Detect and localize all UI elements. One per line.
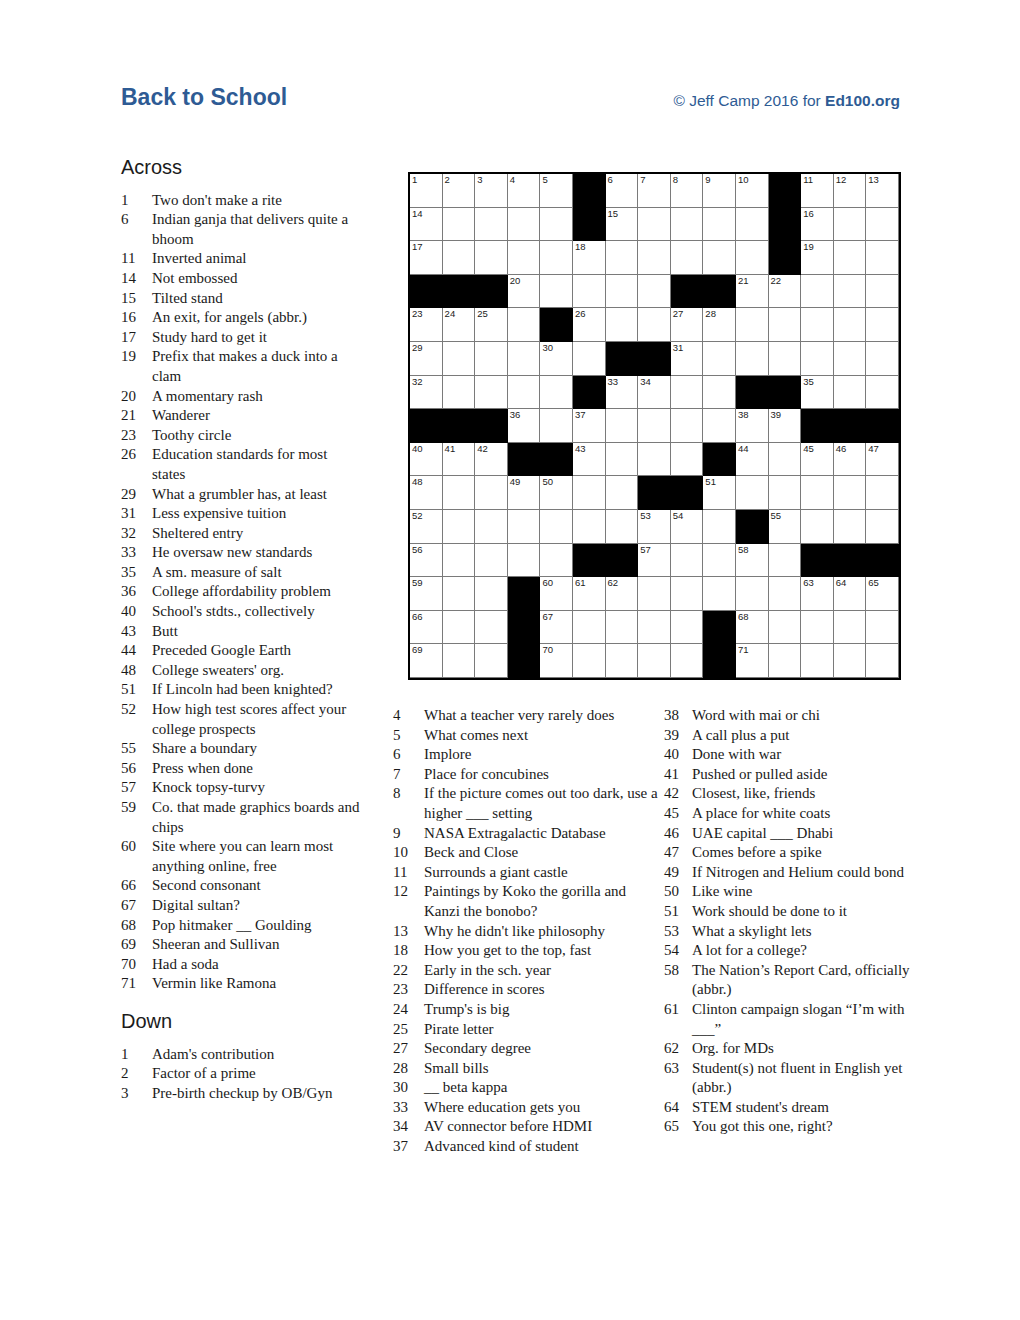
clue-item: 39A call plus a put <box>664 726 916 746</box>
grid-cell[interactable] <box>769 443 802 477</box>
grid-cell[interactable] <box>606 644 639 678</box>
grid-cell[interactable] <box>866 611 899 645</box>
grid-cell[interactable] <box>671 208 704 242</box>
grid-cell[interactable] <box>736 208 769 242</box>
clue-text: Factor of a prime <box>152 1064 361 1084</box>
grid-cell[interactable] <box>508 544 541 578</box>
clue-text: You got this one, right? <box>692 1117 916 1137</box>
clue-item: 6Indian ganja that delivers quite a bhoo… <box>121 210 361 249</box>
grid-cell[interactable]: 69 <box>410 644 443 678</box>
clue-text: Secondary degree <box>424 1039 665 1059</box>
grid-cell[interactable] <box>606 308 639 342</box>
grid-cell[interactable]: 35 <box>801 376 834 410</box>
cell-number: 1 <box>412 175 417 185</box>
grid-cell[interactable] <box>475 577 508 611</box>
grid-cell[interactable]: 4 <box>508 174 541 208</box>
clue-item: 33Where education gets you <box>393 1098 665 1118</box>
grid-cell[interactable]: 63 <box>801 577 834 611</box>
grid-cell[interactable]: 61 <box>573 577 606 611</box>
clue-number: 33 <box>393 1098 424 1118</box>
grid-cell[interactable]: 1 <box>410 174 443 208</box>
grid-cell[interactable] <box>475 644 508 678</box>
grid-cell[interactable]: 58 <box>736 544 769 578</box>
clue-item: 68Pop hitmaker __ Goulding <box>121 916 361 936</box>
grid-cell[interactable] <box>475 544 508 578</box>
grid-cell[interactable] <box>703 342 736 376</box>
cell-number: 70 <box>542 645 553 655</box>
grid-cell[interactable]: 16 <box>801 208 834 242</box>
grid-cell[interactable]: 3 <box>475 174 508 208</box>
grid-cell[interactable]: 28 <box>703 308 736 342</box>
grid-cell[interactable] <box>834 275 867 309</box>
grid-cell[interactable] <box>638 611 671 645</box>
grid-cell[interactable]: 12 <box>834 174 867 208</box>
grid-cell[interactable] <box>606 443 639 477</box>
cell-number: 47 <box>868 444 879 454</box>
grid-cell[interactable]: 51 <box>703 476 736 510</box>
grid-cell[interactable]: 8 <box>671 174 704 208</box>
clue-item: 64STEM student's dream <box>664 1098 916 1118</box>
grid-cell[interactable] <box>769 476 802 510</box>
grid-cell[interactable]: 43 <box>573 443 606 477</box>
grid-cell[interactable]: 37 <box>573 409 606 443</box>
grid-cell[interactable] <box>769 308 802 342</box>
grid-cell[interactable]: 54 <box>671 510 704 544</box>
grid-cell[interactable] <box>671 376 704 410</box>
cell-number: 63 <box>803 578 814 588</box>
clue-text: Prefix that makes a duck into a clam <box>152 347 361 386</box>
clue-text: Butt <box>152 622 361 642</box>
grid-cell[interactable] <box>736 342 769 376</box>
clue-text: Toothy circle <box>152 426 361 446</box>
grid-cell[interactable] <box>801 308 834 342</box>
clue-item: 3Pre-birth checkup by OB/Gyn <box>121 1084 361 1104</box>
grid-cell[interactable] <box>769 342 802 376</box>
grid-cell[interactable] <box>638 308 671 342</box>
grid-cell[interactable] <box>671 577 704 611</box>
clue-item: 17Study hard to get it <box>121 328 361 348</box>
grid-cell[interactable] <box>834 241 867 275</box>
grid-cell[interactable]: 7 <box>638 174 671 208</box>
grid-cell[interactable] <box>671 611 704 645</box>
grid-cell[interactable]: 30 <box>540 342 573 376</box>
grid-cell[interactable] <box>834 644 867 678</box>
clue-number: 7 <box>393 765 424 785</box>
clue-item: 51If Lincoln had been knighted? <box>121 680 361 700</box>
grid-cell[interactable] <box>736 577 769 611</box>
clue-number: 56 <box>121 759 152 779</box>
clue-number: 33 <box>121 543 152 563</box>
clue-item: 28Small bills <box>393 1059 665 1079</box>
grid-cell[interactable] <box>769 644 802 678</box>
grid-cell[interactable] <box>540 544 573 578</box>
clue-number: 66 <box>121 876 152 896</box>
grid-cell-black <box>866 409 899 443</box>
grid-cell[interactable] <box>834 476 867 510</box>
grid-cell[interactable]: 57 <box>638 544 671 578</box>
grid-cell[interactable] <box>834 208 867 242</box>
grid-cell[interactable] <box>443 510 476 544</box>
clue-item: 62Org. for MDs <box>664 1039 916 1059</box>
clue-text: An exit, for angels (abbr.) <box>152 308 361 328</box>
grid-cell[interactable]: 13 <box>866 174 899 208</box>
grid-cell[interactable]: 62 <box>606 577 639 611</box>
grid-cell[interactable]: 67 <box>540 611 573 645</box>
grid-cell[interactable] <box>801 644 834 678</box>
grid-cell[interactable]: 31 <box>671 342 704 376</box>
clue-item: 33He oversaw new standards <box>121 543 361 563</box>
cell-number: 60 <box>542 578 553 588</box>
clue-item: 12Paintings by Koko the gorilla and Kanz… <box>393 882 665 921</box>
clue-number: 6 <box>393 745 424 765</box>
grid-cell[interactable]: 38 <box>736 409 769 443</box>
cell-number: 29 <box>412 343 423 353</box>
grid-cell[interactable] <box>769 611 802 645</box>
clue-text: Knock topsy-turvy <box>152 778 361 798</box>
grid-cell[interactable] <box>540 275 573 309</box>
grid-cell[interactable] <box>573 644 606 678</box>
grid-cell[interactable] <box>573 342 606 376</box>
grid-cell[interactable]: 70 <box>540 644 573 678</box>
cell-number: 35 <box>803 377 814 387</box>
clue-text: Implore <box>424 745 665 765</box>
grid-cell[interactable] <box>769 544 802 578</box>
grid-cell[interactable] <box>443 342 476 376</box>
grid-cell[interactable] <box>866 308 899 342</box>
cell-number: 14 <box>412 209 423 219</box>
grid-cell[interactable] <box>866 342 899 376</box>
grid-cell[interactable] <box>866 476 899 510</box>
grid-cell[interactable] <box>475 342 508 376</box>
clue-text: Less expensive tuition <box>152 504 361 524</box>
grid-cell[interactable] <box>573 611 606 645</box>
grid-cell[interactable]: 50 <box>540 476 573 510</box>
clue-number: 42 <box>664 784 692 804</box>
grid-cell[interactable] <box>703 241 736 275</box>
clue-text: Where education gets you <box>424 1098 665 1118</box>
clue-item: 41Pushed or pulled aside <box>664 765 916 785</box>
grid-cell[interactable] <box>638 241 671 275</box>
clue-item: 55Share a boundary <box>121 739 361 759</box>
grid-cell[interactable]: 2 <box>443 174 476 208</box>
grid-cell[interactable] <box>801 342 834 376</box>
crossword-grid: 1234567891011121314151617181920212223242… <box>408 172 901 680</box>
grid-cell[interactable] <box>540 376 573 410</box>
grid-cell-black <box>769 241 802 275</box>
grid-cell[interactable] <box>475 376 508 410</box>
grid-cell[interactable] <box>573 510 606 544</box>
grid-cell[interactable] <box>443 376 476 410</box>
grid-cell-black <box>671 275 704 309</box>
clue-number: 51 <box>121 680 152 700</box>
cell-number: 30 <box>542 343 553 353</box>
clue-item: 9NASA Extragalactic Database <box>393 824 665 844</box>
cell-number: 8 <box>673 175 678 185</box>
cell-number: 36 <box>510 410 521 420</box>
grid-cell[interactable] <box>671 443 704 477</box>
clue-item: 20A momentary rash <box>121 387 361 407</box>
clue-text: Education standards for most states <box>152 445 361 484</box>
grid-cell[interactable]: 42 <box>475 443 508 477</box>
grid-cell[interactable] <box>475 611 508 645</box>
grid-cell[interactable]: 21 <box>736 275 769 309</box>
grid-cell[interactable] <box>671 409 704 443</box>
clue-text: Small bills <box>424 1059 665 1079</box>
clue-number: 11 <box>121 249 152 269</box>
grid-cell[interactable] <box>443 476 476 510</box>
grid-cell[interactable] <box>638 443 671 477</box>
clue-number: 17 <box>121 328 152 348</box>
grid-cell[interactable] <box>834 510 867 544</box>
grid-cell[interactable] <box>736 241 769 275</box>
grid-cell[interactable] <box>736 476 769 510</box>
grid-cell[interactable] <box>443 577 476 611</box>
clue-item: 61Clinton campaign slogan “I’m with ___” <box>664 1000 916 1039</box>
clue-number: 49 <box>664 863 692 883</box>
clue-text: What a teacher very rarely does <box>424 706 665 726</box>
grid-cell[interactable] <box>866 241 899 275</box>
clue-text: Pushed or pulled aside <box>692 765 916 785</box>
grid-cell[interactable]: 20 <box>508 275 541 309</box>
grid-cell[interactable] <box>606 510 639 544</box>
clue-number: 37 <box>393 1137 424 1157</box>
clue-number: 43 <box>121 622 152 642</box>
grid-cell[interactable]: 56 <box>410 544 443 578</box>
cell-number: 7 <box>640 175 645 185</box>
grid-cell[interactable]: 29 <box>410 342 443 376</box>
grid-cell[interactable]: 55 <box>769 510 802 544</box>
grid-cell[interactable] <box>606 409 639 443</box>
grid-cell[interactable] <box>638 644 671 678</box>
grid-cell-black <box>671 476 704 510</box>
clue-text: What a grumbler has, at least <box>152 485 361 505</box>
cell-number: 32 <box>412 377 423 387</box>
grid-cell[interactable] <box>475 208 508 242</box>
grid-cell[interactable]: 46 <box>834 443 867 477</box>
clue-number: 71 <box>121 974 152 994</box>
clue-number: 48 <box>121 661 152 681</box>
grid-cell[interactable] <box>540 241 573 275</box>
grid-cell[interactable]: 68 <box>736 611 769 645</box>
grid-cell[interactable] <box>801 510 834 544</box>
grid-cell[interactable] <box>671 544 704 578</box>
grid-cell[interactable] <box>540 409 573 443</box>
grid-cell[interactable]: 65 <box>866 577 899 611</box>
cell-number: 44 <box>738 444 749 454</box>
grid-cell[interactable]: 41 <box>443 443 476 477</box>
grid-cell[interactable]: 53 <box>638 510 671 544</box>
cell-number: 26 <box>575 309 586 319</box>
grid-cell[interactable]: 60 <box>540 577 573 611</box>
clue-number: 54 <box>664 941 692 961</box>
grid-cell[interactable] <box>834 611 867 645</box>
grid-cell[interactable]: 34 <box>638 376 671 410</box>
cell-number: 64 <box>836 578 847 588</box>
grid-cell-black <box>508 644 541 678</box>
grid-cell[interactable] <box>703 544 736 578</box>
clue-number: 15 <box>121 289 152 309</box>
grid-cell[interactable] <box>834 308 867 342</box>
grid-cell[interactable] <box>443 208 476 242</box>
grid-cell[interactable] <box>801 275 834 309</box>
cell-number: 20 <box>510 276 521 286</box>
grid-cell[interactable] <box>508 510 541 544</box>
clue-text: Word with mai or chi <box>692 706 916 726</box>
grid-cell[interactable] <box>638 409 671 443</box>
grid-cell[interactable] <box>671 644 704 678</box>
grid-cell[interactable]: 36 <box>508 409 541 443</box>
grid-cell[interactable] <box>638 208 671 242</box>
grid-cell[interactable]: 49 <box>508 476 541 510</box>
grid-cell[interactable]: 32 <box>410 376 443 410</box>
grid-cell[interactable] <box>801 476 834 510</box>
grid-cell[interactable] <box>834 342 867 376</box>
clue-number: 23 <box>121 426 152 446</box>
clue-text: Sheeran and Sullivan <box>152 935 361 955</box>
grid-cell[interactable]: 25 <box>475 308 508 342</box>
grid-cell[interactable] <box>443 544 476 578</box>
grid-cell[interactable]: 23 <box>410 308 443 342</box>
grid-cell[interactable]: 14 <box>410 208 443 242</box>
grid-cell[interactable] <box>866 208 899 242</box>
clue-text: STEM student's dream <box>692 1098 916 1118</box>
grid-cell[interactable] <box>866 275 899 309</box>
clue-item: 52How high test scores affect your colle… <box>121 700 361 739</box>
grid-cell[interactable] <box>866 376 899 410</box>
clue-number: 22 <box>393 961 424 981</box>
clue-item: 34AV connector before HDMI <box>393 1117 665 1137</box>
grid-cell[interactable] <box>540 208 573 242</box>
grid-cell[interactable] <box>834 376 867 410</box>
clue-number: 9 <box>393 824 424 844</box>
grid-cell[interactable]: 15 <box>606 208 639 242</box>
clue-number: 5 <box>393 726 424 746</box>
grid-cell[interactable]: 39 <box>769 409 802 443</box>
clue-number: 47 <box>664 843 692 863</box>
grid-cell[interactable] <box>866 510 899 544</box>
grid-cell[interactable] <box>475 476 508 510</box>
grid-cell[interactable] <box>638 275 671 309</box>
clue-text: Surrounds a giant castle <box>424 863 665 883</box>
grid-cell[interactable] <box>443 611 476 645</box>
grid-cell[interactable] <box>508 342 541 376</box>
grid-cell[interactable]: 24 <box>443 308 476 342</box>
clue-item: 25Pirate letter <box>393 1020 665 1040</box>
clue-text: If Lincoln had been knighted? <box>152 680 361 700</box>
clue-number: 69 <box>121 935 152 955</box>
clue-number: 16 <box>121 308 152 328</box>
grid-cell[interactable] <box>540 510 573 544</box>
grid-cell[interactable] <box>638 577 671 611</box>
grid-cell[interactable] <box>475 241 508 275</box>
grid-cell[interactable]: 47 <box>866 443 899 477</box>
clue-number: 53 <box>664 922 692 942</box>
grid-cell-black <box>443 409 476 443</box>
grid-cell-black <box>475 275 508 309</box>
clue-number: 8 <box>393 784 424 823</box>
clue-number: 40 <box>121 602 152 622</box>
grid-cell[interactable]: 45 <box>801 443 834 477</box>
grid-cell[interactable] <box>606 275 639 309</box>
grid-cell[interactable]: 59 <box>410 577 443 611</box>
clue-text: Site where you can learn most anything o… <box>152 837 361 876</box>
grid-cell[interactable] <box>736 308 769 342</box>
clue-text: Adam's contribution <box>152 1045 361 1065</box>
grid-cell[interactable]: 40 <box>410 443 443 477</box>
grid-cell[interactable]: 18 <box>573 241 606 275</box>
grid-cell[interactable] <box>703 208 736 242</box>
grid-cell[interactable] <box>443 241 476 275</box>
grid-cell[interactable] <box>769 577 802 611</box>
grid-cell[interactable] <box>573 476 606 510</box>
grid-cell[interactable]: 19 <box>801 241 834 275</box>
grid-cell[interactable] <box>606 241 639 275</box>
grid-cell[interactable]: 71 <box>736 644 769 678</box>
cell-number: 13 <box>868 175 879 185</box>
grid-cell[interactable]: 66 <box>410 611 443 645</box>
grid-cell[interactable]: 9 <box>703 174 736 208</box>
grid-cell[interactable] <box>508 208 541 242</box>
clue-number: 58 <box>664 961 692 1000</box>
grid-cell[interactable]: 26 <box>573 308 606 342</box>
grid-cell[interactable] <box>573 275 606 309</box>
clue-number: 36 <box>121 582 152 602</box>
grid-cell-black <box>443 275 476 309</box>
grid-cell[interactable] <box>801 611 834 645</box>
clue-number: 14 <box>121 269 152 289</box>
clue-text: Indian ganja that delivers quite a bhoom <box>152 210 361 249</box>
grid-cell[interactable]: 52 <box>410 510 443 544</box>
grid-cell[interactable] <box>703 409 736 443</box>
cell-number: 39 <box>771 410 782 420</box>
grid-cell[interactable]: 17 <box>410 241 443 275</box>
clue-text: Vermin like Ramona <box>152 974 361 994</box>
grid-cell[interactable]: 5 <box>540 174 573 208</box>
grid-cell[interactable]: 6 <box>606 174 639 208</box>
clue-text: A place for white coats <box>692 804 916 824</box>
grid-cell[interactable]: 48 <box>410 476 443 510</box>
grid-cell-black <box>638 476 671 510</box>
grid-cell[interactable] <box>671 241 704 275</box>
grid-cell[interactable]: 27 <box>671 308 704 342</box>
grid-cell[interactable]: 64 <box>834 577 867 611</box>
clue-item: 48College sweaters' org. <box>121 661 361 681</box>
grid-cell[interactable] <box>508 241 541 275</box>
grid-cell[interactable] <box>703 510 736 544</box>
grid-cell-black <box>410 409 443 443</box>
grid-cell[interactable]: 10 <box>736 174 769 208</box>
clue-text: Trump's is big <box>424 1000 665 1020</box>
grid-cell[interactable] <box>703 577 736 611</box>
grid-cell[interactable] <box>606 611 639 645</box>
clue-item: 47Comes before a spike <box>664 843 916 863</box>
grid-cell[interactable] <box>703 376 736 410</box>
clue-item: 18How you get to the top, fast <box>393 941 665 961</box>
grid-cell[interactable] <box>443 644 476 678</box>
grid-cell-black <box>736 376 769 410</box>
grid-cell[interactable]: 22 <box>769 275 802 309</box>
grid-cell[interactable] <box>508 376 541 410</box>
grid-cell[interactable]: 44 <box>736 443 769 477</box>
grid-cell[interactable] <box>606 476 639 510</box>
grid-cell[interactable]: 11 <box>801 174 834 208</box>
grid-cell[interactable] <box>475 510 508 544</box>
grid-cell[interactable] <box>508 308 541 342</box>
cell-number: 28 <box>705 309 716 319</box>
grid-cell[interactable]: 33 <box>606 376 639 410</box>
grid-cell[interactable] <box>866 644 899 678</box>
cell-number: 33 <box>608 377 619 387</box>
